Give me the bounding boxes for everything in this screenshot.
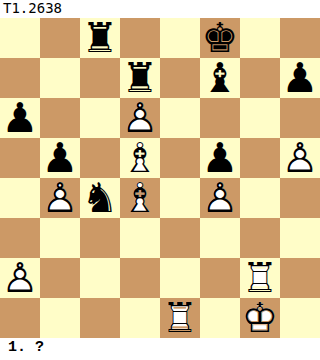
square-f3[interactable] xyxy=(200,218,240,258)
square-f6[interactable] xyxy=(200,98,240,138)
square-d1[interactable] xyxy=(120,298,160,338)
white-pawn-piece[interactable]: ♟♙ xyxy=(0,258,40,298)
square-c7[interactable] xyxy=(80,58,120,98)
black-rook-piece[interactable]: ♜ xyxy=(80,18,120,58)
white-bishop-piece[interactable]: ♝♗ xyxy=(120,178,160,218)
square-c8[interactable]: ♜ xyxy=(80,18,120,58)
square-f1[interactable] xyxy=(200,298,240,338)
square-g7[interactable] xyxy=(240,58,280,98)
chess-board: ♜♚♜♝♟♟♟♙♟♝♗♟♟♙♟♙♞♝♗♟♙♟♙♜♖♜♖♚♔ xyxy=(0,18,320,338)
black-bishop-piece[interactable]: ♝ xyxy=(200,58,240,98)
square-g8[interactable] xyxy=(240,18,280,58)
square-a2[interactable]: ♟♙ xyxy=(0,258,40,298)
square-a1[interactable] xyxy=(0,298,40,338)
square-g2[interactable]: ♜♖ xyxy=(240,258,280,298)
square-c5[interactable] xyxy=(80,138,120,178)
square-h8[interactable] xyxy=(280,18,320,58)
square-e3[interactable] xyxy=(160,218,200,258)
square-a3[interactable] xyxy=(0,218,40,258)
white-piece-outline-glyph: ♙ xyxy=(0,258,40,298)
white-pawn-piece[interactable]: ♟♙ xyxy=(120,98,160,138)
square-d2[interactable] xyxy=(120,258,160,298)
square-b4[interactable]: ♟♙ xyxy=(40,178,80,218)
square-b8[interactable] xyxy=(40,18,80,58)
white-piece-outline-glyph: ♖ xyxy=(160,298,200,338)
square-c1[interactable] xyxy=(80,298,120,338)
square-b3[interactable] xyxy=(40,218,80,258)
white-pawn-piece[interactable]: ♟♙ xyxy=(280,138,320,178)
square-g1[interactable]: ♚♔ xyxy=(240,298,280,338)
square-h4[interactable] xyxy=(280,178,320,218)
square-b1[interactable] xyxy=(40,298,80,338)
chess-puzzle-window: T1.2638 ♜♚♜♝♟♟♟♙♟♝♗♟♟♙♟♙♞♝♗♟♙♟♙♜♖♜♖♚♔ 1.… xyxy=(0,0,320,360)
white-pawn-piece[interactable]: ♟♙ xyxy=(40,178,80,218)
square-a4[interactable] xyxy=(0,178,40,218)
square-d3[interactable] xyxy=(120,218,160,258)
black-pawn-piece[interactable]: ♟ xyxy=(200,138,240,178)
square-g3[interactable] xyxy=(240,218,280,258)
black-pawn-piece[interactable]: ♟ xyxy=(0,98,40,138)
black-pawn-piece[interactable]: ♟ xyxy=(40,138,80,178)
square-d5[interactable]: ♝♗ xyxy=(120,138,160,178)
square-h6[interactable] xyxy=(280,98,320,138)
black-king-piece[interactable]: ♚ xyxy=(200,18,240,58)
white-piece-outline-glyph: ♗ xyxy=(120,138,160,178)
square-b5[interactable]: ♟ xyxy=(40,138,80,178)
square-g4[interactable] xyxy=(240,178,280,218)
square-h3[interactable] xyxy=(280,218,320,258)
square-e2[interactable] xyxy=(160,258,200,298)
square-g5[interactable] xyxy=(240,138,280,178)
square-b7[interactable] xyxy=(40,58,80,98)
square-g6[interactable] xyxy=(240,98,280,138)
square-e8[interactable] xyxy=(160,18,200,58)
square-f2[interactable] xyxy=(200,258,240,298)
white-piece-outline-glyph: ♖ xyxy=(240,258,280,298)
square-f7[interactable]: ♝ xyxy=(200,58,240,98)
square-b6[interactable] xyxy=(40,98,80,138)
black-knight-piece[interactable]: ♞ xyxy=(80,178,120,218)
square-c6[interactable] xyxy=(80,98,120,138)
square-h2[interactable] xyxy=(280,258,320,298)
square-a7[interactable] xyxy=(0,58,40,98)
white-piece-outline-glyph: ♗ xyxy=(120,178,160,218)
square-d8[interactable] xyxy=(120,18,160,58)
square-h7[interactable]: ♟ xyxy=(280,58,320,98)
square-e5[interactable] xyxy=(160,138,200,178)
white-piece-outline-glyph: ♙ xyxy=(200,178,240,218)
square-f5[interactable]: ♟ xyxy=(200,138,240,178)
square-d7[interactable]: ♜ xyxy=(120,58,160,98)
square-f8[interactable]: ♚ xyxy=(200,18,240,58)
square-f4[interactable]: ♟♙ xyxy=(200,178,240,218)
white-rook-piece[interactable]: ♜♖ xyxy=(240,258,280,298)
square-e6[interactable] xyxy=(160,98,200,138)
square-d6[interactable]: ♟♙ xyxy=(120,98,160,138)
square-c4[interactable]: ♞ xyxy=(80,178,120,218)
white-piece-outline-glyph: ♙ xyxy=(120,98,160,138)
white-pawn-piece[interactable]: ♟♙ xyxy=(200,178,240,218)
square-e1[interactable]: ♜♖ xyxy=(160,298,200,338)
square-e4[interactable] xyxy=(160,178,200,218)
white-piece-outline-glyph: ♔ xyxy=(240,298,280,338)
black-pawn-piece[interactable]: ♟ xyxy=(280,58,320,98)
black-rook-piece[interactable]: ♜ xyxy=(120,58,160,98)
square-d4[interactable]: ♝♗ xyxy=(120,178,160,218)
square-a8[interactable] xyxy=(0,18,40,58)
white-rook-piece[interactable]: ♜♖ xyxy=(160,298,200,338)
square-a5[interactable] xyxy=(0,138,40,178)
puzzle-id-label: T1.2638 xyxy=(0,0,320,18)
square-e7[interactable] xyxy=(160,58,200,98)
white-bishop-piece[interactable]: ♝♗ xyxy=(120,138,160,178)
square-b2[interactable] xyxy=(40,258,80,298)
white-king-piece[interactable]: ♚♔ xyxy=(240,298,280,338)
square-h1[interactable] xyxy=(280,298,320,338)
square-a6[interactable]: ♟ xyxy=(0,98,40,138)
square-c2[interactable] xyxy=(80,258,120,298)
white-piece-outline-glyph: ♙ xyxy=(40,178,80,218)
white-piece-outline-glyph: ♙ xyxy=(280,138,320,178)
square-h5[interactable]: ♟♙ xyxy=(280,138,320,178)
square-c3[interactable] xyxy=(80,218,120,258)
